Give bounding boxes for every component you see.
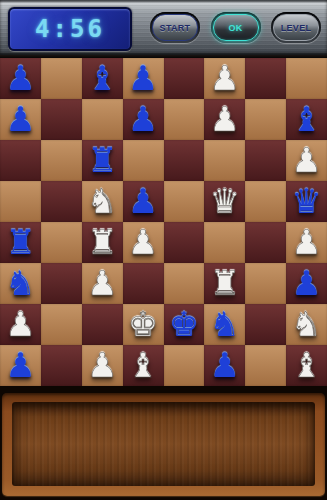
- square-c3[interactable]: ♟: [82, 263, 123, 304]
- piece-white-knight: ♞: [291, 304, 321, 345]
- square-d2[interactable]: ♚: [123, 304, 164, 345]
- square-g6[interactable]: [245, 140, 286, 181]
- square-b8[interactable]: [41, 58, 82, 99]
- start-button-label: START: [160, 23, 191, 33]
- piece-blue-king: ♚: [169, 304, 199, 345]
- clock-display: 4:56: [8, 7, 132, 51]
- square-h7[interactable]: ♝: [286, 99, 327, 140]
- square-a1[interactable]: ♟: [0, 345, 41, 386]
- square-e5[interactable]: [164, 181, 205, 222]
- piece-white-pawn: ♟: [210, 99, 240, 140]
- square-g2[interactable]: [245, 304, 286, 345]
- button-group: START OK LEVEL: [150, 0, 321, 55]
- piece-white-knight: ♞: [87, 181, 117, 222]
- piece-blue-pawn: ♟: [291, 263, 321, 304]
- square-d8[interactable]: ♟: [123, 58, 164, 99]
- piece-blue-bishop: ♝: [87, 58, 117, 99]
- square-c2[interactable]: [82, 304, 123, 345]
- square-f7[interactable]: ♟: [204, 99, 245, 140]
- piece-white-pawn: ♟: [87, 345, 117, 386]
- square-d5[interactable]: ♟: [123, 181, 164, 222]
- square-d3[interactable]: [123, 263, 164, 304]
- square-b2[interactable]: [41, 304, 82, 345]
- piece-blue-pawn: ♟: [5, 99, 35, 140]
- square-g7[interactable]: [245, 99, 286, 140]
- square-a8[interactable]: ♟: [0, 58, 41, 99]
- square-f6[interactable]: [204, 140, 245, 181]
- tray-panel: [12, 402, 315, 486]
- square-e2[interactable]: ♚: [164, 304, 205, 345]
- piece-blue-queen: ♛: [291, 181, 321, 222]
- square-b1[interactable]: [41, 345, 82, 386]
- piece-blue-pawn: ♟: [5, 58, 35, 99]
- square-c5[interactable]: ♞: [82, 181, 123, 222]
- square-h3[interactable]: ♟: [286, 263, 327, 304]
- square-h4[interactable]: ♟: [286, 222, 327, 263]
- square-e4[interactable]: [164, 222, 205, 263]
- square-c1[interactable]: ♟: [82, 345, 123, 386]
- piece-blue-pawn: ♟: [5, 345, 35, 386]
- square-c4[interactable]: ♜: [82, 222, 123, 263]
- square-b6[interactable]: [41, 140, 82, 181]
- square-c7[interactable]: [82, 99, 123, 140]
- square-g5[interactable]: [245, 181, 286, 222]
- ok-button-face: OK: [213, 14, 259, 41]
- square-h6[interactable]: ♟: [286, 140, 327, 181]
- piece-blue-bishop: ♝: [291, 99, 321, 140]
- square-b7[interactable]: [41, 99, 82, 140]
- piece-blue-knight: ♞: [210, 304, 240, 345]
- square-a2[interactable]: ♟: [0, 304, 41, 345]
- square-c6[interactable]: ♜: [82, 140, 123, 181]
- piece-white-pawn: ♟: [210, 58, 240, 99]
- ok-button[interactable]: OK: [211, 12, 261, 43]
- square-e7[interactable]: [164, 99, 205, 140]
- start-button-face: START: [152, 14, 198, 41]
- captured-pieces-tray: [0, 386, 327, 500]
- level-button[interactable]: LEVEL: [271, 12, 321, 43]
- piece-blue-pawn: ♟: [128, 181, 158, 222]
- square-f3[interactable]: ♜: [204, 263, 245, 304]
- piece-white-pawn: ♟: [291, 140, 321, 181]
- square-c8[interactable]: ♝: [82, 58, 123, 99]
- tray-frame: [2, 393, 325, 496]
- piece-white-bishop: ♝: [128, 345, 158, 386]
- piece-white-queen: ♛: [210, 181, 240, 222]
- square-g8[interactable]: [245, 58, 286, 99]
- square-d7[interactable]: ♟: [123, 99, 164, 140]
- level-button-label: LEVEL: [281, 23, 312, 33]
- square-a5[interactable]: [0, 181, 41, 222]
- square-d4[interactable]: ♟: [123, 222, 164, 263]
- piece-blue-rook: ♜: [87, 140, 117, 181]
- square-h2[interactable]: ♞: [286, 304, 327, 345]
- chess-app: 4:56 START OK LEVEL ♟♝♟♟♟♟♟♝♜♟♞♟♛♛♜♜♟♟♞♟…: [0, 0, 327, 500]
- square-e3[interactable]: [164, 263, 205, 304]
- piece-blue-rook: ♜: [5, 222, 35, 263]
- square-f4[interactable]: [204, 222, 245, 263]
- square-e6[interactable]: [164, 140, 205, 181]
- square-b5[interactable]: [41, 181, 82, 222]
- square-h8[interactable]: [286, 58, 327, 99]
- square-g4[interactable]: [245, 222, 286, 263]
- square-a3[interactable]: ♞: [0, 263, 41, 304]
- piece-blue-pawn: ♟: [128, 58, 158, 99]
- piece-blue-pawn: ♟: [128, 99, 158, 140]
- square-f1[interactable]: ♟: [204, 345, 245, 386]
- square-h5[interactable]: ♛: [286, 181, 327, 222]
- top-bar: 4:56 START OK LEVEL: [0, 0, 327, 55]
- square-e8[interactable]: [164, 58, 205, 99]
- square-e1[interactable]: [164, 345, 205, 386]
- chess-board: ♟♝♟♟♟♟♟♝♜♟♞♟♛♛♜♜♟♟♞♟♜♟♟♚♚♞♞♟♟♝♟♝: [0, 58, 327, 386]
- start-button[interactable]: START: [150, 12, 200, 43]
- square-f2[interactable]: ♞: [204, 304, 245, 345]
- square-h1[interactable]: ♝: [286, 345, 327, 386]
- ok-button-label: OK: [228, 23, 242, 33]
- clock-time: 4:56: [35, 15, 105, 43]
- square-g1[interactable]: [245, 345, 286, 386]
- piece-white-rook: ♜: [87, 222, 117, 263]
- piece-white-pawn: ♟: [5, 304, 35, 345]
- piece-blue-knight: ♞: [5, 263, 35, 304]
- square-f5[interactable]: ♛: [204, 181, 245, 222]
- piece-white-pawn: ♟: [291, 222, 321, 263]
- piece-white-rook: ♜: [210, 263, 240, 304]
- piece-white-king: ♚: [128, 304, 158, 345]
- square-b3[interactable]: [41, 263, 82, 304]
- square-a4[interactable]: ♜: [0, 222, 41, 263]
- piece-white-bishop: ♝: [291, 345, 321, 386]
- square-f8[interactable]: ♟: [204, 58, 245, 99]
- piece-blue-pawn: ♟: [210, 345, 240, 386]
- square-b4[interactable]: [41, 222, 82, 263]
- level-button-face: LEVEL: [273, 14, 319, 41]
- square-a7[interactable]: ♟: [0, 99, 41, 140]
- piece-white-pawn: ♟: [87, 263, 117, 304]
- square-d1[interactable]: ♝: [123, 345, 164, 386]
- piece-white-pawn: ♟: [128, 222, 158, 263]
- square-d6[interactable]: [123, 140, 164, 181]
- square-a6[interactable]: [0, 140, 41, 181]
- square-g3[interactable]: [245, 263, 286, 304]
